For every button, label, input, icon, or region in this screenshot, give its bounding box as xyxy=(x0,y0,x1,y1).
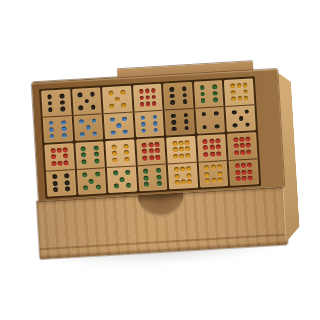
green-pip xyxy=(201,98,206,103)
red-pip xyxy=(239,137,244,142)
yellow-pip xyxy=(173,147,178,152)
red-pip xyxy=(234,150,239,155)
green-pip xyxy=(89,179,94,184)
yellow-pip xyxy=(178,140,183,145)
yellow-pip xyxy=(112,151,117,156)
black-pip xyxy=(60,107,65,112)
yellow-pip xyxy=(112,157,117,162)
red-pip xyxy=(235,170,240,175)
green-pip xyxy=(212,84,217,89)
green-pip xyxy=(143,169,148,174)
red-pip xyxy=(139,89,144,94)
blue-pip xyxy=(116,123,121,128)
black-pip xyxy=(53,187,58,192)
yellow-pip xyxy=(174,167,179,172)
red-pip xyxy=(154,148,159,153)
tile-lower-half xyxy=(199,159,229,187)
tile-lower-half xyxy=(137,163,167,191)
black-pip xyxy=(202,125,207,130)
red-pip xyxy=(155,155,160,160)
tile-upper-half xyxy=(166,136,196,163)
red-pip xyxy=(209,145,214,150)
blue-pip xyxy=(141,122,146,127)
domino-tile[interactable] xyxy=(228,132,260,186)
domino-tile[interactable] xyxy=(197,134,229,188)
black-pip xyxy=(170,93,175,98)
red-pip xyxy=(152,101,157,106)
black-pip xyxy=(184,126,189,131)
tile-upper-half xyxy=(102,86,132,113)
red-pip xyxy=(235,163,240,168)
tile-upper-half xyxy=(105,139,135,166)
yellow-pip xyxy=(205,172,210,177)
green-pip xyxy=(119,177,124,182)
green-pip xyxy=(126,183,131,188)
red-pip xyxy=(216,151,221,156)
domino-tile[interactable] xyxy=(163,82,195,136)
yellow-pip xyxy=(185,153,190,158)
green-pip xyxy=(156,168,161,173)
red-pip xyxy=(216,145,221,150)
yellow-pip xyxy=(187,173,192,178)
green-pip xyxy=(81,159,86,164)
tile-upper-half xyxy=(72,87,102,114)
domino-tray xyxy=(32,69,285,201)
yellow-pip xyxy=(217,178,222,183)
red-pip xyxy=(204,152,209,157)
domino-tile[interactable] xyxy=(194,80,226,134)
yellow-pip xyxy=(217,171,222,176)
red-pip xyxy=(57,161,62,166)
yellow-pip xyxy=(174,174,179,179)
green-pip xyxy=(81,153,86,158)
black-pip xyxy=(79,105,84,110)
black-pip xyxy=(233,123,238,128)
black-pip xyxy=(64,180,69,185)
red-pip xyxy=(240,143,245,148)
tile-lower-half xyxy=(226,104,256,132)
green-pip xyxy=(93,152,98,157)
red-pip xyxy=(142,149,147,154)
black-pip xyxy=(182,86,187,91)
yellow-pip xyxy=(231,90,236,95)
red-pip xyxy=(154,142,159,147)
green-pip xyxy=(156,175,161,180)
green-pip xyxy=(200,85,205,90)
domino-box xyxy=(29,55,289,250)
tile-lower-half xyxy=(73,113,103,141)
tile-upper-half xyxy=(75,141,105,168)
black-pip xyxy=(84,99,89,104)
red-pip xyxy=(240,150,245,155)
domino-tile[interactable] xyxy=(72,87,104,141)
red-pip xyxy=(145,95,150,100)
yellow-pip xyxy=(244,96,249,101)
black-pip xyxy=(171,113,176,118)
blue-pip xyxy=(110,117,115,122)
yellow-pip xyxy=(175,180,180,185)
black-pip xyxy=(214,111,219,116)
blue-pip xyxy=(154,128,159,133)
red-pip xyxy=(63,147,68,152)
domino-tile[interactable] xyxy=(102,86,134,140)
tile-upper-half xyxy=(163,82,193,109)
product-photo xyxy=(0,0,320,320)
green-pip xyxy=(95,185,100,190)
red-pip xyxy=(203,139,208,144)
tile-upper-half xyxy=(194,80,224,107)
green-pip xyxy=(144,182,149,187)
blue-pip xyxy=(50,134,55,139)
yellow-pip xyxy=(211,165,216,170)
yellow-pip xyxy=(180,167,185,172)
blue-pip xyxy=(111,130,116,135)
blue-pip xyxy=(80,132,85,137)
domino-tile[interactable] xyxy=(41,89,73,143)
red-pip xyxy=(209,138,214,143)
blue-pip xyxy=(62,126,67,131)
black-pip xyxy=(52,181,57,186)
yellow-pip xyxy=(217,165,222,170)
blue-pip xyxy=(79,119,84,124)
tile-lower-half xyxy=(107,165,137,193)
green-pip xyxy=(113,171,118,176)
black-pip xyxy=(48,101,53,106)
yellow-pip xyxy=(237,96,242,101)
yellow-pip xyxy=(179,147,184,152)
black-pip xyxy=(239,116,244,121)
red-pip xyxy=(51,161,56,166)
green-pip xyxy=(93,145,98,150)
blue-pip xyxy=(140,115,145,120)
yellow-pip xyxy=(109,104,114,109)
domino-tile[interactable] xyxy=(105,139,137,193)
green-pip xyxy=(81,146,86,151)
green-pip xyxy=(200,92,205,97)
yellow-pip xyxy=(205,178,210,183)
black-pip xyxy=(244,109,249,114)
black-pip xyxy=(170,100,175,105)
domino-tile[interactable] xyxy=(44,143,76,197)
red-pip xyxy=(248,176,253,181)
black-pip xyxy=(60,94,65,99)
tile-upper-half xyxy=(44,143,74,170)
red-pip xyxy=(248,169,253,174)
tile-lower-half xyxy=(165,107,195,135)
blue-pip xyxy=(49,127,54,132)
yellow-pip xyxy=(185,146,190,151)
red-pip xyxy=(148,149,153,154)
black-pip xyxy=(183,113,188,118)
front-row xyxy=(44,132,259,196)
black-pip xyxy=(64,174,69,179)
tile-upper-half xyxy=(136,138,166,165)
yellow-pip xyxy=(179,153,184,158)
green-pip xyxy=(83,186,88,191)
blue-pip xyxy=(62,133,67,138)
tile-upper-half xyxy=(197,134,227,161)
blue-pip xyxy=(92,118,97,123)
green-pip xyxy=(114,184,119,189)
blue-pip xyxy=(141,128,146,133)
tile-upper-half xyxy=(228,132,258,159)
black-pip xyxy=(91,105,96,110)
tile-upper-half xyxy=(224,78,254,105)
red-pip xyxy=(210,151,215,156)
tile-upper-half xyxy=(133,84,163,111)
black-pip xyxy=(232,110,237,115)
black-pip xyxy=(65,187,70,192)
yellow-pip xyxy=(230,83,235,88)
black-pip xyxy=(78,92,83,97)
red-pip xyxy=(246,149,251,154)
tile-lower-half xyxy=(168,161,198,189)
red-pip xyxy=(51,154,56,159)
yellow-pip xyxy=(124,144,129,149)
red-pip xyxy=(139,95,144,100)
black-pip xyxy=(47,94,52,99)
yellow-pip xyxy=(187,179,192,184)
tile-area xyxy=(39,76,261,199)
green-pip xyxy=(94,158,99,163)
black-pip xyxy=(52,174,57,179)
red-pip xyxy=(152,95,157,100)
yellow-pip xyxy=(231,96,236,101)
red-pip xyxy=(241,163,246,168)
black-pip xyxy=(245,122,250,127)
blue-pip xyxy=(123,129,128,134)
red-pip xyxy=(63,160,68,165)
green-pip xyxy=(144,175,149,180)
black-pip xyxy=(184,119,189,124)
red-pip xyxy=(203,145,208,150)
yellow-pip xyxy=(181,180,186,185)
blue-pip xyxy=(86,125,91,130)
green-pip xyxy=(213,91,218,96)
tile-lower-half xyxy=(229,158,259,186)
tile-upper-half xyxy=(41,89,71,116)
red-pip xyxy=(56,148,61,153)
yellow-pip xyxy=(237,83,242,88)
tile-lower-half xyxy=(134,109,164,137)
red-pip xyxy=(146,101,151,106)
yellow-pip xyxy=(243,89,248,94)
domino-tile[interactable] xyxy=(133,84,165,138)
red-pip xyxy=(233,137,238,142)
tile-lower-half xyxy=(43,115,73,143)
yellow-pip xyxy=(124,150,129,155)
red-pip xyxy=(50,148,55,153)
black-pip xyxy=(48,107,53,112)
red-pip xyxy=(246,136,251,141)
red-pip xyxy=(63,154,68,159)
blue-pip xyxy=(153,121,158,126)
yellow-pip xyxy=(111,144,116,149)
yellow-pip xyxy=(121,103,126,108)
blue-pip xyxy=(92,131,97,136)
red-pip xyxy=(236,176,241,181)
red-pip xyxy=(215,138,220,143)
yellow-pip xyxy=(186,166,191,171)
red-pip xyxy=(241,170,246,175)
green-pip xyxy=(125,170,130,175)
yellow-pip xyxy=(173,154,178,159)
tile-lower-half xyxy=(104,111,134,139)
tile-lower-half xyxy=(46,169,76,197)
black-pip xyxy=(169,87,174,92)
red-pip xyxy=(143,155,148,160)
yellow-pip xyxy=(185,140,190,145)
yellow-pip xyxy=(172,141,177,146)
yellow-pip xyxy=(124,157,129,162)
red-pip xyxy=(247,163,252,168)
green-pip xyxy=(213,97,218,102)
green-pip xyxy=(82,173,87,178)
domino-tile[interactable] xyxy=(136,138,168,192)
red-pip xyxy=(246,143,251,148)
black-pip xyxy=(171,120,176,125)
blue-pip xyxy=(153,115,158,120)
black-pip xyxy=(60,100,65,105)
domino-tile[interactable] xyxy=(224,78,256,132)
black-pip xyxy=(201,112,206,117)
yellow-pip xyxy=(108,91,113,96)
tile-lower-half xyxy=(195,106,225,134)
tile-lower-half xyxy=(76,167,106,195)
black-pip xyxy=(90,92,95,97)
red-pip xyxy=(242,176,247,181)
black-pip xyxy=(182,99,187,104)
domino-tile[interactable] xyxy=(75,141,107,195)
red-pip xyxy=(140,102,145,107)
red-pip xyxy=(234,144,239,149)
green-pip xyxy=(95,172,100,177)
yellow-pip xyxy=(121,90,126,95)
yellow-pip xyxy=(204,165,209,170)
black-pip xyxy=(182,93,187,98)
black-pip xyxy=(215,124,220,129)
domino-tile[interactable] xyxy=(166,136,198,190)
red-pip xyxy=(151,88,156,93)
red-pip xyxy=(148,142,153,147)
yellow-pip xyxy=(243,83,248,88)
blue-pip xyxy=(61,120,66,125)
red-pip xyxy=(149,155,154,160)
blue-pip xyxy=(49,121,54,126)
blue-pip xyxy=(122,116,127,121)
black-pip xyxy=(172,126,177,131)
green-pip xyxy=(156,181,161,186)
red-pip xyxy=(145,88,150,93)
yellow-pip xyxy=(211,178,216,183)
yellow-pip xyxy=(115,97,120,102)
red-pip xyxy=(142,142,147,147)
